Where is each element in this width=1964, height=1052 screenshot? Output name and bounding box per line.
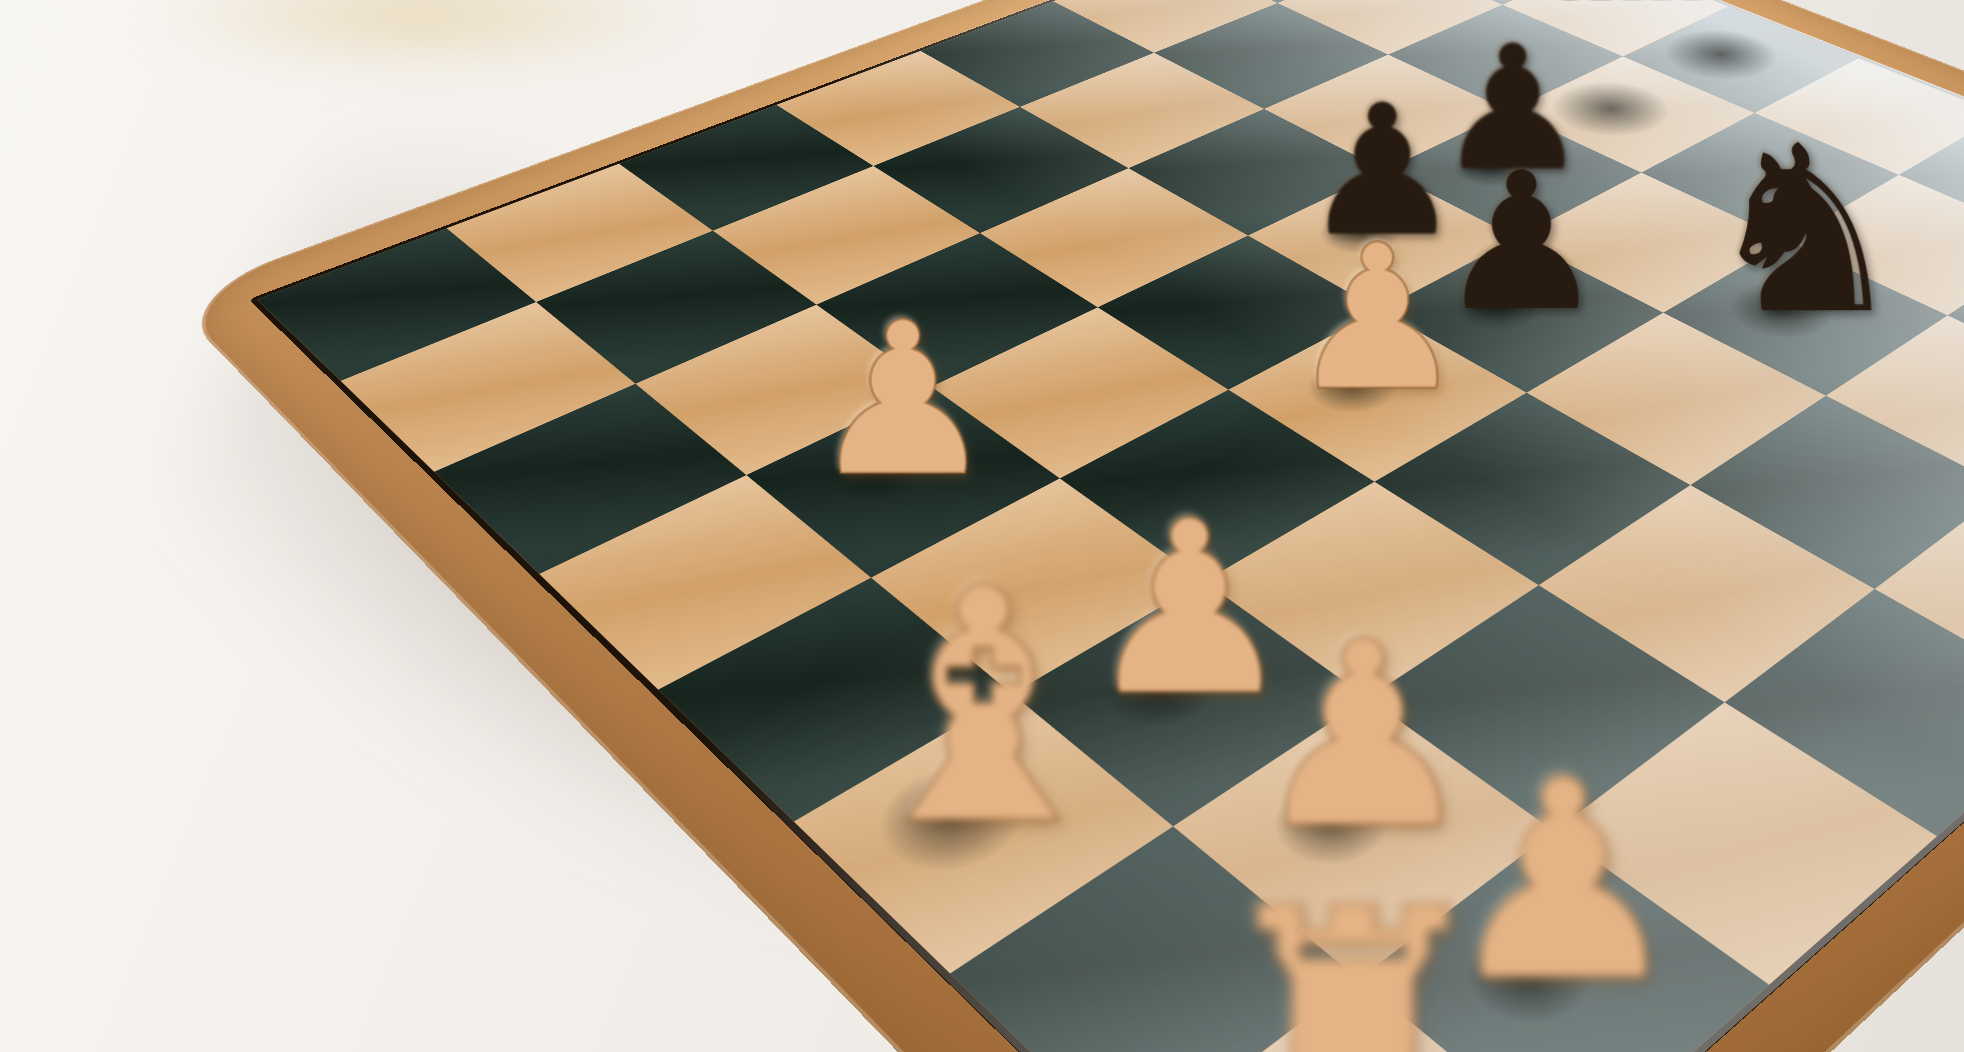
board-inner-border: ♚♛♜♝♞♟♟♟♟♟♟♟♟♝♜ <box>249 0 1964 1052</box>
background-blur-blob <box>140 0 700 75</box>
photo-scene: ♚♛♜♝♞♟♟♟♟♟♟♟♟♝♜ <box>0 0 1964 1052</box>
piece-shadow <box>1959 257 1964 372</box>
board-pieces: ♚♛♜♝♞♟♟♟♟♟♟♟♟♝♜ <box>257 0 1964 1052</box>
rook-glyph: ♜ <box>1202 864 1504 1052</box>
bishop-glyph: ♝ <box>839 547 1128 870</box>
